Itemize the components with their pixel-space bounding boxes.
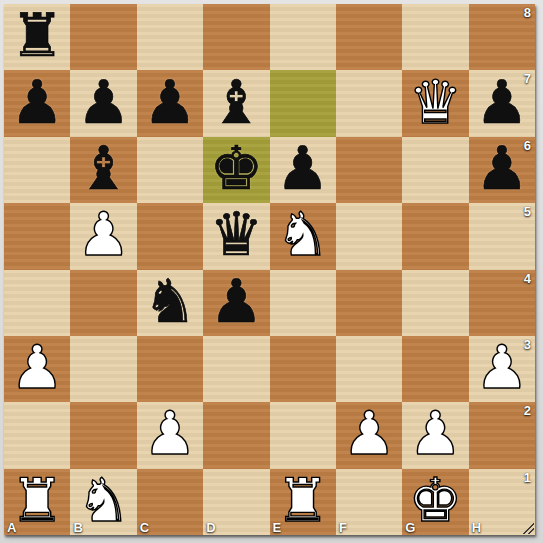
piece-white-pawn[interactable]: ♟ (409, 403, 463, 463)
square-c3[interactable] (137, 336, 203, 402)
square-a1[interactable]: ♜A (4, 469, 70, 535)
rank-label-2: 2 (524, 403, 531, 418)
square-e1[interactable]: ♜E (270, 469, 336, 535)
piece-black-pawn[interactable]: ♟ (475, 138, 529, 198)
square-f5[interactable] (336, 203, 402, 269)
piece-white-rook[interactable]: ♜ (10, 470, 64, 530)
square-h2[interactable]: 2 (469, 402, 535, 468)
square-a6[interactable] (4, 137, 70, 203)
piece-black-bishop[interactable]: ♝ (209, 72, 263, 132)
square-c7[interactable]: ♟ (137, 70, 203, 136)
square-f1[interactable]: F (336, 469, 402, 535)
piece-white-pawn[interactable]: ♟ (143, 403, 197, 463)
square-f7[interactable] (336, 70, 402, 136)
square-e2[interactable] (270, 402, 336, 468)
square-c6[interactable] (137, 137, 203, 203)
rank-label-4: 4 (524, 271, 531, 286)
file-label-h: H (472, 520, 481, 535)
square-c2[interactable]: ♟ (137, 402, 203, 468)
square-b1[interactable]: ♞B (70, 469, 136, 535)
file-label-b: B (73, 520, 82, 535)
piece-white-pawn[interactable]: ♟ (10, 337, 64, 397)
square-a2[interactable] (4, 402, 70, 468)
piece-white-king[interactable]: ♚ (409, 470, 463, 530)
resize-handle[interactable] (521, 521, 534, 534)
square-a7[interactable]: ♟ (4, 70, 70, 136)
rank-label-1: 1 (524, 470, 531, 485)
square-h8[interactable]: 8 (469, 4, 535, 70)
square-f6[interactable] (336, 137, 402, 203)
square-f4[interactable] (336, 270, 402, 336)
piece-black-knight[interactable]: ♞ (143, 271, 197, 331)
piece-white-queen[interactable]: ♛ (409, 72, 463, 132)
piece-black-rook[interactable]: ♜ (10, 5, 64, 65)
square-g6[interactable] (402, 137, 468, 203)
square-d2[interactable] (203, 402, 269, 468)
square-g5[interactable] (402, 203, 468, 269)
square-d6[interactable]: ♚ (203, 137, 269, 203)
square-b3[interactable] (70, 336, 136, 402)
square-h7[interactable]: ♟7 (469, 70, 535, 136)
square-b6[interactable]: ♝ (70, 137, 136, 203)
square-a4[interactable] (4, 270, 70, 336)
square-e3[interactable] (270, 336, 336, 402)
square-h3[interactable]: ♟3 (469, 336, 535, 402)
file-label-f: F (339, 520, 347, 535)
file-label-c: C (140, 520, 149, 535)
square-e8[interactable] (270, 4, 336, 70)
piece-white-pawn[interactable]: ♟ (77, 204, 131, 264)
piece-black-bishop[interactable]: ♝ (77, 138, 131, 198)
piece-black-queen[interactable]: ♛ (209, 204, 263, 264)
square-g8[interactable] (402, 4, 468, 70)
rank-label-8: 8 (524, 5, 531, 20)
piece-white-knight[interactable]: ♞ (77, 470, 131, 530)
square-e5[interactable]: ♞ (270, 203, 336, 269)
square-g1[interactable]: ♚G (402, 469, 468, 535)
piece-black-pawn[interactable]: ♟ (143, 72, 197, 132)
piece-black-pawn[interactable]: ♟ (77, 72, 131, 132)
square-a5[interactable] (4, 203, 70, 269)
file-label-e: E (273, 520, 282, 535)
square-h4[interactable]: 4 (469, 270, 535, 336)
square-e7[interactable] (270, 70, 336, 136)
board-frame: ♜8♟♟♟♝♛♟7♝♚♟♟6♟♛♞5♞♟4♟♟3♟♟♟2♜A♞BCD♜EF♚G1… (0, 0, 543, 543)
square-g7[interactable]: ♛ (402, 70, 468, 136)
piece-white-pawn[interactable]: ♟ (342, 403, 396, 463)
piece-black-pawn[interactable]: ♟ (209, 271, 263, 331)
square-g4[interactable] (402, 270, 468, 336)
square-d5[interactable]: ♛ (203, 203, 269, 269)
piece-black-pawn[interactable]: ♟ (475, 72, 529, 132)
square-b4[interactable] (70, 270, 136, 336)
square-b2[interactable] (70, 402, 136, 468)
square-f8[interactable] (336, 4, 402, 70)
rank-label-5: 5 (524, 204, 531, 219)
piece-black-king[interactable]: ♚ (209, 138, 263, 198)
square-c5[interactable] (137, 203, 203, 269)
square-b5[interactable]: ♟ (70, 203, 136, 269)
rank-label-3: 3 (524, 337, 531, 352)
square-d4[interactable]: ♟ (203, 270, 269, 336)
square-d1[interactable]: D (203, 469, 269, 535)
square-f3[interactable] (336, 336, 402, 402)
piece-black-pawn[interactable]: ♟ (10, 72, 64, 132)
square-g3[interactable] (402, 336, 468, 402)
square-e4[interactable] (270, 270, 336, 336)
piece-white-pawn[interactable]: ♟ (475, 337, 529, 397)
square-f2[interactable]: ♟ (336, 402, 402, 468)
square-a3[interactable]: ♟ (4, 336, 70, 402)
piece-white-rook[interactable]: ♜ (276, 470, 330, 530)
piece-black-pawn[interactable]: ♟ (276, 138, 330, 198)
square-b8[interactable] (70, 4, 136, 70)
square-h5[interactable]: 5 (469, 203, 535, 269)
square-d7[interactable]: ♝ (203, 70, 269, 136)
file-label-g: G (405, 520, 415, 535)
square-d3[interactable] (203, 336, 269, 402)
file-label-d: D (206, 520, 215, 535)
square-d8[interactable] (203, 4, 269, 70)
piece-white-knight[interactable]: ♞ (276, 204, 330, 264)
square-c8[interactable] (137, 4, 203, 70)
file-label-a: A (7, 520, 16, 535)
rank-label-6: 6 (524, 138, 531, 153)
square-c1[interactable]: C (137, 469, 203, 535)
square-b7[interactable]: ♟ (70, 70, 136, 136)
square-g2[interactable]: ♟ (402, 402, 468, 468)
square-a8[interactable]: ♜ (4, 4, 70, 70)
square-h6[interactable]: ♟6 (469, 137, 535, 203)
square-e6[interactable]: ♟ (270, 137, 336, 203)
square-c4[interactable]: ♞ (137, 270, 203, 336)
chess-board: ♜8♟♟♟♝♛♟7♝♚♟♟6♟♛♞5♞♟4♟♟3♟♟♟2♜A♞BCD♜EF♚G1… (4, 4, 535, 535)
rank-label-7: 7 (524, 71, 531, 86)
